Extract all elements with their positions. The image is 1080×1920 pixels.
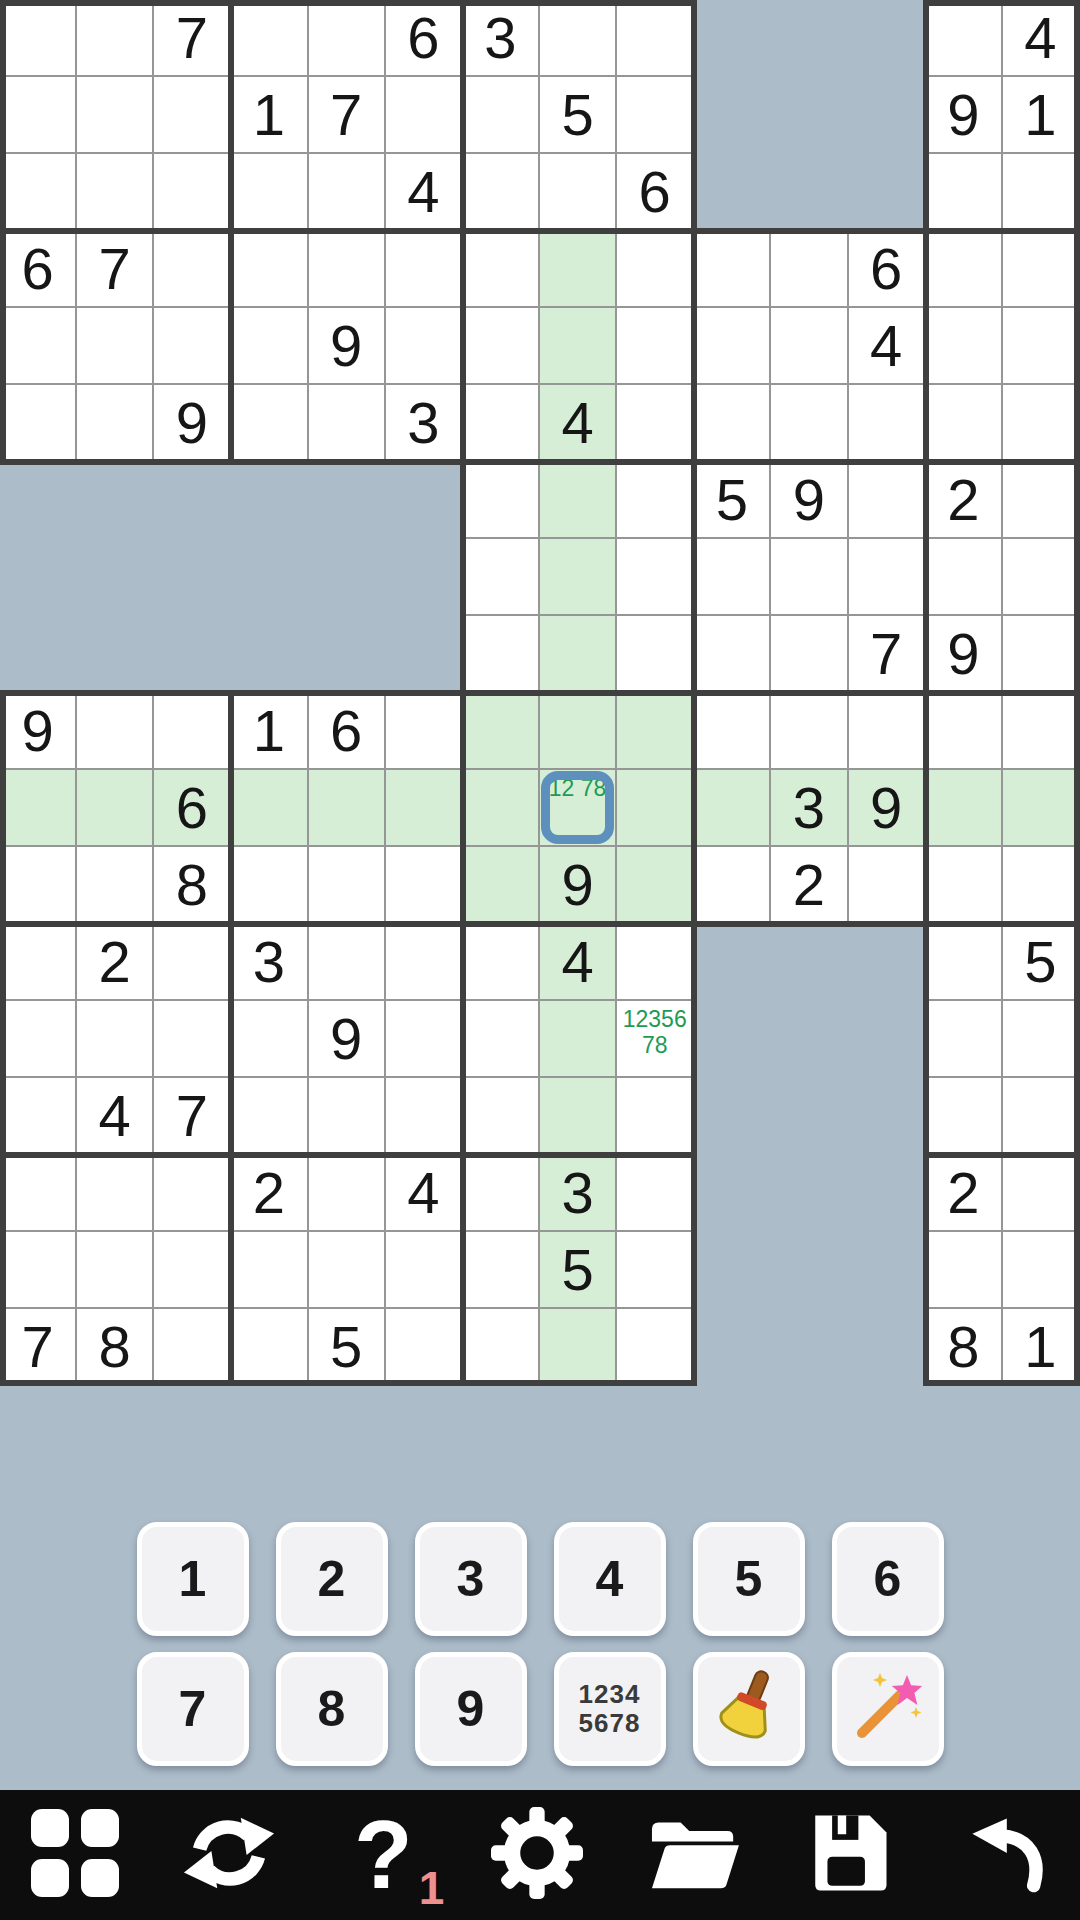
cell-r9c8[interactable] [617, 693, 694, 770]
cell-r1c10 [771, 77, 848, 154]
cell-r9c7[interactable] [540, 693, 617, 770]
cell-r2c11 [849, 154, 926, 231]
cell-r17c3[interactable] [231, 1309, 308, 1386]
given-digit: 4 [407, 163, 439, 221]
cell-r9c2[interactable] [154, 693, 231, 770]
cell-r7c4 [309, 539, 386, 616]
cell-r9c4[interactable]: 6 [309, 693, 386, 770]
cell-r0c13[interactable]: 4 [1003, 0, 1080, 77]
cell-r0c0[interactable] [0, 0, 77, 77]
cell-r10c11[interactable]: 9 [849, 770, 926, 847]
cell-r9c9[interactable] [694, 693, 771, 770]
cell-r8c6[interactable] [463, 616, 540, 693]
numpad-button-6[interactable]: 6 [832, 1522, 944, 1636]
cell-r11c11[interactable] [849, 847, 926, 924]
given-digit: 4 [561, 394, 593, 452]
cell-r3c4[interactable] [309, 231, 386, 308]
cell-r11c6[interactable] [463, 847, 540, 924]
cell-r6c7[interactable] [540, 462, 617, 539]
cell-r10c4[interactable] [309, 770, 386, 847]
cell-r14c7[interactable] [540, 1078, 617, 1155]
cell-r15c0[interactable] [0, 1155, 77, 1232]
cell-r5c2[interactable]: 9 [154, 385, 231, 462]
cell-r7c11[interactable] [849, 539, 926, 616]
cell-r8c9[interactable] [694, 616, 771, 693]
cell-r11c10[interactable]: 2 [771, 847, 848, 924]
cell-r5c5[interactable]: 3 [386, 385, 463, 462]
given-digit: 6 [407, 9, 439, 67]
cell-r14c4[interactable] [309, 1078, 386, 1155]
numpad-button-4[interactable]: 4 [554, 1522, 666, 1636]
cell-r3c7[interactable] [540, 231, 617, 308]
given-digit: 1 [253, 86, 285, 144]
numpad-button-1[interactable]: 1 [137, 1522, 249, 1636]
cell-r4c0[interactable] [0, 308, 77, 385]
cell-r16c7[interactable]: 5 [540, 1232, 617, 1309]
cell-r14c12[interactable] [926, 1078, 1003, 1155]
cell-r1c3[interactable]: 1 [231, 77, 308, 154]
cell-r17c13[interactable]: 1 [1003, 1309, 1080, 1386]
cell-r17c1[interactable]: 8 [77, 1309, 154, 1386]
cell-r10c7[interactable]: 12 78 [540, 770, 617, 847]
cell-r6c13[interactable] [1003, 462, 1080, 539]
cell-r14c13[interactable] [1003, 1078, 1080, 1155]
given-digit: 7 [21, 1318, 53, 1376]
cell-r10c1[interactable] [77, 770, 154, 847]
apps-button[interactable] [31, 1809, 119, 1901]
cell-r5c3[interactable] [231, 385, 308, 462]
cell-r12c10 [771, 924, 848, 1001]
numpad-button-label: 5 [735, 1554, 763, 1604]
cell-r15c4[interactable] [309, 1155, 386, 1232]
cell-r1c12[interactable]: 9 [926, 77, 1003, 154]
cell-r3c3[interactable] [231, 231, 308, 308]
cell-r16c11 [849, 1232, 926, 1309]
cell-r0c5[interactable]: 6 [386, 0, 463, 77]
cell-r4c13[interactable] [1003, 308, 1080, 385]
cell-r15c12[interactable]: 2 [926, 1155, 1003, 1232]
cell-r4c10[interactable] [771, 308, 848, 385]
cell-r9c10[interactable] [771, 693, 848, 770]
given-digit: 1 [1024, 1318, 1056, 1376]
cell-r3c6[interactable] [463, 231, 540, 308]
help-button[interactable]: ?1 [338, 1807, 428, 1903]
cell-r12c7[interactable]: 4 [540, 924, 617, 1001]
cell-r4c1[interactable] [77, 308, 154, 385]
cell-r15c6[interactable] [463, 1155, 540, 1232]
cell-r5c4[interactable] [309, 385, 386, 462]
cell-r1c2[interactable] [154, 77, 231, 154]
cell-r8c12[interactable]: 9 [926, 616, 1003, 693]
numpad-button-9[interactable]: 9 [415, 1652, 527, 1766]
cell-r2c8[interactable]: 6 [617, 154, 694, 231]
cell-r12c12[interactable] [926, 924, 1003, 1001]
cell-r9c5[interactable] [386, 693, 463, 770]
given-digit: 2 [793, 856, 825, 914]
cell-r4c12[interactable] [926, 308, 1003, 385]
cell-r4c7[interactable] [540, 308, 617, 385]
cell-r8c1 [77, 616, 154, 693]
cell-r13c1[interactable] [77, 1001, 154, 1078]
cell-r7c10[interactable] [771, 539, 848, 616]
cell-r16c0[interactable] [0, 1232, 77, 1309]
cell-r8c10[interactable] [771, 616, 848, 693]
cell-r13c10 [771, 1001, 848, 1078]
cell-r0c3[interactable] [231, 0, 308, 77]
cell-r6c6[interactable] [463, 462, 540, 539]
cell-r12c11 [849, 924, 926, 1001]
cell-r11c8[interactable] [617, 847, 694, 924]
grid-line [228, 0, 234, 462]
given-digit: 5 [561, 86, 593, 144]
cell-r13c11 [849, 1001, 926, 1078]
cell-r14c5[interactable] [386, 1078, 463, 1155]
cell-r17c0[interactable]: 7 [0, 1309, 77, 1386]
cell-r12c8[interactable] [617, 924, 694, 1001]
cell-r10c13[interactable] [1003, 770, 1080, 847]
cell-r9c6[interactable] [463, 693, 540, 770]
hint-button[interactable] [832, 1652, 944, 1766]
cell-r0c12[interactable] [926, 0, 1003, 77]
given-digit: 9 [176, 394, 208, 452]
cell-r2c5[interactable]: 4 [386, 154, 463, 231]
cell-r15c9 [694, 1155, 771, 1232]
cell-r9c3[interactable]: 1 [231, 693, 308, 770]
grid-line [460, 0, 466, 1386]
gear-button[interactable] [491, 1807, 583, 1903]
cell-r12c13[interactable]: 5 [1003, 924, 1080, 1001]
sync-button[interactable] [182, 1806, 276, 1904]
cell-r7c13[interactable] [1003, 539, 1080, 616]
given-digit: 7 [330, 86, 362, 144]
cell-r2c1[interactable] [77, 154, 154, 231]
cell-r1c4[interactable]: 7 [309, 77, 386, 154]
cell-r1c5[interactable] [386, 77, 463, 154]
cell-r15c1[interactable] [77, 1155, 154, 1232]
cell-r17c8[interactable] [617, 1309, 694, 1386]
numpad-button-label: 7 [179, 1684, 207, 1734]
cell-r3c8[interactable] [617, 231, 694, 308]
cell-r3c11[interactable]: 6 [849, 231, 926, 308]
cell-r5c0[interactable] [0, 385, 77, 462]
cell-r3c10[interactable] [771, 231, 848, 308]
cell-r6c9[interactable]: 5 [694, 462, 771, 539]
cell-r6c8[interactable] [617, 462, 694, 539]
cell-r11c4[interactable] [309, 847, 386, 924]
grid-line [0, 459, 1080, 465]
cell-r4c8[interactable] [617, 308, 694, 385]
cell-r10c3[interactable] [231, 770, 308, 847]
cell-r4c4[interactable]: 9 [309, 308, 386, 385]
numpad-button-label: 8 [318, 1684, 346, 1734]
cell-r14c1[interactable]: 4 [77, 1078, 154, 1155]
given-digit: 9 [947, 625, 979, 683]
given-digit: 4 [870, 317, 902, 375]
cell-r1c1[interactable] [77, 77, 154, 154]
cell-r2c3[interactable] [231, 154, 308, 231]
cell-r12c6[interactable] [463, 924, 540, 1001]
pencil-marks-button[interactable]: 12345678 [554, 1652, 666, 1766]
cell-r6c12[interactable]: 2 [926, 462, 1003, 539]
grid-line [1074, 0, 1080, 1386]
cell-r8c13[interactable] [1003, 616, 1080, 693]
cell-r11c3[interactable] [231, 847, 308, 924]
cell-r5c10[interactable] [771, 385, 848, 462]
grid-line [0, 1380, 694, 1386]
cell-r2c6[interactable] [463, 154, 540, 231]
numpad-button-3[interactable]: 3 [415, 1522, 527, 1636]
cell-r12c2[interactable] [154, 924, 231, 1001]
cell-r5c9[interactable] [694, 385, 771, 462]
cell-r6c0 [0, 462, 77, 539]
cell-r7c2 [154, 539, 231, 616]
cell-r10c2[interactable]: 6 [154, 770, 231, 847]
cell-r8c11[interactable]: 7 [849, 616, 926, 693]
cell-r11c2[interactable]: 8 [154, 847, 231, 924]
cell-r16c5[interactable] [386, 1232, 463, 1309]
cell-r2c13[interactable] [1003, 154, 1080, 231]
grid-line [0, 0, 6, 462]
cell-r10c12[interactable] [926, 770, 1003, 847]
cell-r11c9[interactable] [694, 847, 771, 924]
given-digit: 1 [1024, 86, 1056, 144]
cell-r3c13[interactable] [1003, 231, 1080, 308]
cell-r16c12[interactable] [926, 1232, 1003, 1309]
grid-line [926, 1152, 1080, 1158]
cell-r11c13[interactable] [1003, 847, 1080, 924]
numpad-row-2: 78912345678 [0, 1652, 1080, 1766]
given-digit: 5 [1024, 933, 1056, 991]
cell-r12c1[interactable]: 2 [77, 924, 154, 1001]
cell-r3c1[interactable]: 7 [77, 231, 154, 308]
cell-r13c4[interactable]: 9 [309, 1001, 386, 1078]
cell-r10c0[interactable] [0, 770, 77, 847]
numpad-button-label: 3 [457, 1554, 485, 1604]
given-digit: 2 [947, 1164, 979, 1222]
cell-r7c0 [0, 539, 77, 616]
cell-r13c8[interactable]: 1235678 [617, 1001, 694, 1078]
cell-r8c3 [231, 616, 308, 693]
cell-r14c3[interactable] [231, 1078, 308, 1155]
cell-r16c1[interactable] [77, 1232, 154, 1309]
cell-r11c1[interactable] [77, 847, 154, 924]
cell-r11c5[interactable] [386, 847, 463, 924]
cell-r11c12[interactable] [926, 847, 1003, 924]
cell-r0c11 [849, 0, 926, 77]
cell-r11c0[interactable] [0, 847, 77, 924]
clear-button[interactable] [693, 1652, 805, 1766]
cell-r3c2[interactable] [154, 231, 231, 308]
cell-r4c3[interactable] [231, 308, 308, 385]
cell-r15c5[interactable]: 4 [386, 1155, 463, 1232]
cell-r4c11[interactable]: 4 [849, 308, 926, 385]
cell-r15c13[interactable] [1003, 1155, 1080, 1232]
cell-r10c10[interactable]: 3 [771, 770, 848, 847]
cell-r4c2[interactable] [154, 308, 231, 385]
numpad-button-5[interactable]: 5 [693, 1522, 805, 1636]
grid-line [0, 693, 6, 1386]
grid-line [0, 0, 694, 6]
cell-r15c3[interactable]: 2 [231, 1155, 308, 1232]
cell-r13c0[interactable] [0, 1001, 77, 1078]
cell-r17c6[interactable] [463, 1309, 540, 1386]
grid-line [926, 1380, 1080, 1386]
cell-r5c1[interactable] [77, 385, 154, 462]
cell-r14c0[interactable] [0, 1078, 77, 1155]
save-icon [804, 1808, 894, 1902]
given-digit: 9 [561, 856, 593, 914]
cell-r4c5[interactable] [386, 308, 463, 385]
cell-r10c6[interactable] [463, 770, 540, 847]
wand-icon [850, 1669, 926, 1749]
given-digit: 3 [793, 779, 825, 837]
cell-r16c8[interactable] [617, 1232, 694, 1309]
cell-r17c7[interactable] [540, 1309, 617, 1386]
folder-button[interactable] [646, 1810, 742, 1900]
cell-r0c1[interactable] [77, 0, 154, 77]
cell-r7c8[interactable] [617, 539, 694, 616]
cell-r7c6[interactable] [463, 539, 540, 616]
numpad-button-8[interactable]: 8 [276, 1652, 388, 1766]
cell-r16c6[interactable] [463, 1232, 540, 1309]
numpad-button-7[interactable]: 7 [137, 1652, 249, 1766]
cell-r4c9[interactable] [694, 308, 771, 385]
cell-r12c3[interactable]: 3 [231, 924, 308, 1001]
cell-r13c5[interactable] [386, 1001, 463, 1078]
cell-r16c13[interactable] [1003, 1232, 1080, 1309]
cell-r7c7[interactable] [540, 539, 617, 616]
numpad-button-2[interactable]: 2 [276, 1522, 388, 1636]
cell-r14c8[interactable] [617, 1078, 694, 1155]
cell-r14c6[interactable] [463, 1078, 540, 1155]
cell-r2c2[interactable] [154, 154, 231, 231]
cell-r7c12[interactable] [926, 539, 1003, 616]
given-digit: 9 [330, 1010, 362, 1068]
cell-r6c11[interactable] [849, 462, 926, 539]
cell-r9c13[interactable] [1003, 693, 1080, 770]
cell-r5c6[interactable] [463, 385, 540, 462]
cell-r1c0[interactable] [0, 77, 77, 154]
cell-r6c1 [77, 462, 154, 539]
cell-r9c12[interactable] [926, 693, 1003, 770]
cell-r13c2[interactable] [154, 1001, 231, 1078]
cell-r16c2[interactable] [154, 1232, 231, 1309]
sudoku-board[interactable]: 763417591466769493459279916612 783989223… [0, 0, 1080, 1386]
given-digit: 6 [870, 240, 902, 298]
cell-r0c7[interactable] [540, 0, 617, 77]
cell-r10c9[interactable] [694, 770, 771, 847]
cell-r3c0[interactable]: 6 [0, 231, 77, 308]
cell-r13c12[interactable] [926, 1001, 1003, 1078]
cell-r7c1 [77, 539, 154, 616]
cell-r5c8[interactable] [617, 385, 694, 462]
cell-r12c5[interactable] [386, 924, 463, 1001]
numpad-button-label: 6 [874, 1554, 902, 1604]
cell-r16c3[interactable] [231, 1232, 308, 1309]
cell-r13c9 [694, 1001, 771, 1078]
cell-r17c4[interactable]: 5 [309, 1309, 386, 1386]
cell-r3c12[interactable] [926, 231, 1003, 308]
cell-r8c7[interactable] [540, 616, 617, 693]
cell-r8c8[interactable] [617, 616, 694, 693]
cell-r1c6[interactable] [463, 77, 540, 154]
cell-r17c11 [849, 1309, 926, 1386]
cell-r15c7[interactable]: 3 [540, 1155, 617, 1232]
cell-r9c0[interactable]: 9 [0, 693, 77, 770]
cell-r17c5[interactable] [386, 1309, 463, 1386]
cell-r10c8[interactable] [617, 770, 694, 847]
cell-r0c4[interactable] [309, 0, 386, 77]
cell-r13c6[interactable] [463, 1001, 540, 1078]
broom-icon [712, 1667, 786, 1751]
cell-r12c4[interactable] [309, 924, 386, 1001]
cell-r13c13[interactable] [1003, 1001, 1080, 1078]
cell-r14c2[interactable]: 7 [154, 1078, 231, 1155]
cell-r5c7[interactable]: 4 [540, 385, 617, 462]
cell-r16c4[interactable] [309, 1232, 386, 1309]
cell-r2c0[interactable] [0, 154, 77, 231]
cell-r13c3[interactable] [231, 1001, 308, 1078]
undo-button[interactable] [957, 1807, 1049, 1903]
cell-r5c13[interactable] [1003, 385, 1080, 462]
given-digit: 9 [793, 471, 825, 529]
cell-r1c8[interactable] [617, 77, 694, 154]
numpad-button-label: 9 [457, 1684, 485, 1734]
cell-r12c0[interactable] [0, 924, 77, 1001]
cell-r9c1[interactable] [77, 693, 154, 770]
grid-line [0, 1152, 694, 1158]
apps-icon [31, 1809, 119, 1901]
cell-r11c7[interactable]: 9 [540, 847, 617, 924]
cell-r8c5 [386, 616, 463, 693]
cell-r10c5[interactable] [386, 770, 463, 847]
cell-r6c4 [309, 462, 386, 539]
save-button[interactable] [804, 1808, 894, 1902]
cell-r5c12[interactable] [926, 385, 1003, 462]
grid-line [228, 693, 234, 1386]
cell-r2c12[interactable] [926, 154, 1003, 231]
cell-r1c7[interactable]: 5 [540, 77, 617, 154]
cell-r5c11[interactable] [849, 385, 926, 462]
cell-r0c8[interactable] [617, 0, 694, 77]
cell-r15c2[interactable] [154, 1155, 231, 1232]
cell-r14c10 [771, 1078, 848, 1155]
cell-r0c6[interactable]: 3 [463, 0, 540, 77]
given-digit: 2 [947, 471, 979, 529]
cell-r9c11[interactable] [849, 693, 926, 770]
bottom-toolbar: ?1 [0, 1790, 1080, 1920]
cell-r2c7[interactable] [540, 154, 617, 231]
cell-r2c4[interactable] [309, 154, 386, 231]
cell-r3c5[interactable] [386, 231, 463, 308]
cell-r7c9[interactable] [694, 539, 771, 616]
cell-r17c12[interactable]: 8 [926, 1309, 1003, 1386]
help-badge: 1 [419, 1865, 445, 1911]
cell-r0c2[interactable]: 7 [154, 0, 231, 77]
cell-r4c6[interactable] [463, 308, 540, 385]
cell-r13c7[interactable] [540, 1001, 617, 1078]
cell-r15c8[interactable] [617, 1155, 694, 1232]
given-digit: 5 [561, 1241, 593, 1299]
cell-r1c13[interactable]: 1 [1003, 77, 1080, 154]
grid-line [0, 228, 1080, 234]
cell-r17c2[interactable] [154, 1309, 231, 1386]
cell-r3c9[interactable] [694, 231, 771, 308]
sync-icon [182, 1806, 276, 1904]
given-digit: 4 [407, 1164, 439, 1222]
cell-r6c10[interactable]: 9 [771, 462, 848, 539]
pencil-button-label: 1234 [579, 1680, 641, 1709]
